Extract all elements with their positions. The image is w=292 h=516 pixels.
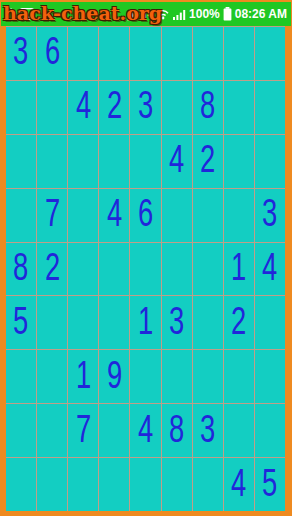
digit: 2 — [231, 302, 246, 344]
digit: 4 — [262, 248, 277, 290]
cell-r1c1[interactable]: 3 — [6, 27, 36, 80]
cell-r3c8[interactable] — [224, 135, 254, 188]
cell-r7c9[interactable] — [255, 350, 285, 403]
cell-r6c6[interactable]: 3 — [162, 296, 192, 349]
phone-screen: 100% 08:26 AM hack-cheat.org 36423842746… — [0, 0, 292, 516]
cell-r2c2[interactable] — [37, 81, 67, 134]
digit: 3 — [262, 194, 277, 236]
digit: 4 — [231, 464, 246, 506]
cell-r9c4[interactable] — [99, 458, 129, 511]
cell-r6c7[interactable] — [193, 296, 223, 349]
cell-r6c3[interactable] — [68, 296, 98, 349]
cell-r4c3[interactable] — [68, 189, 98, 242]
digit: 6 — [138, 194, 153, 236]
cell-r5c1[interactable]: 8 — [6, 243, 36, 296]
cell-r3c7[interactable]: 2 — [193, 135, 223, 188]
cell-r5c7[interactable] — [193, 243, 223, 296]
cell-r4c2[interactable]: 7 — [37, 189, 67, 242]
cell-r5c2[interactable]: 2 — [37, 243, 67, 296]
cell-r7c5[interactable] — [130, 350, 160, 403]
digit: 2 — [200, 140, 215, 182]
cell-r4c5[interactable]: 6 — [130, 189, 160, 242]
cell-r1c7[interactable] — [193, 27, 223, 80]
cell-r7c2[interactable] — [37, 350, 67, 403]
digit: 7 — [76, 410, 91, 452]
cell-r2c3[interactable]: 4 — [68, 81, 98, 134]
cell-r3c1[interactable] — [6, 135, 36, 188]
cell-r3c3[interactable] — [68, 135, 98, 188]
digit: 4 — [169, 140, 184, 182]
cell-r5c4[interactable] — [99, 243, 129, 296]
cell-r7c8[interactable] — [224, 350, 254, 403]
cell-r2c9[interactable] — [255, 81, 285, 134]
cell-r3c2[interactable] — [37, 135, 67, 188]
digit: 8 — [200, 86, 215, 128]
cell-r6c1[interactable]: 5 — [6, 296, 36, 349]
cell-r9c3[interactable] — [68, 458, 98, 511]
cell-r9c5[interactable] — [130, 458, 160, 511]
cell-r9c7[interactable] — [193, 458, 223, 511]
cell-r7c3[interactable]: 1 — [68, 350, 98, 403]
cell-r4c4[interactable]: 4 — [99, 189, 129, 242]
digit: 4 — [138, 410, 153, 452]
cell-r7c7[interactable] — [193, 350, 223, 403]
digit: 8 — [169, 410, 184, 452]
digit: 3 — [200, 410, 215, 452]
digit: 4 — [76, 86, 91, 128]
cell-r1c5[interactable] — [130, 27, 160, 80]
cell-r4c1[interactable] — [6, 189, 36, 242]
digit: 1 — [76, 356, 91, 398]
digit: 4 — [107, 194, 122, 236]
cell-r3c4[interactable] — [99, 135, 129, 188]
cell-r1c4[interactable] — [99, 27, 129, 80]
cell-r8c9[interactable] — [255, 404, 285, 457]
cell-r1c9[interactable] — [255, 27, 285, 80]
cell-r5c8[interactable]: 1 — [224, 243, 254, 296]
cell-r7c1[interactable] — [6, 350, 36, 403]
cell-r8c2[interactable] — [37, 404, 67, 457]
cell-r2c4[interactable]: 2 — [99, 81, 129, 134]
cell-r2c7[interactable]: 8 — [193, 81, 223, 134]
cell-r5c9[interactable]: 4 — [255, 243, 285, 296]
cell-r3c9[interactable] — [255, 135, 285, 188]
digit: 6 — [45, 32, 60, 74]
cell-r8c6[interactable]: 8 — [162, 404, 192, 457]
clock: 08:26 AM — [235, 7, 287, 21]
cell-r4c6[interactable] — [162, 189, 192, 242]
cell-r3c5[interactable] — [130, 135, 160, 188]
cell-r7c6[interactable] — [162, 350, 192, 403]
cell-r9c9[interactable]: 5 — [255, 458, 285, 511]
cell-r5c3[interactable] — [68, 243, 98, 296]
cell-r8c3[interactable]: 7 — [68, 404, 98, 457]
cell-r5c5[interactable] — [130, 243, 160, 296]
cell-r8c1[interactable] — [6, 404, 36, 457]
cell-r1c8[interactable] — [224, 27, 254, 80]
cell-r4c8[interactable] — [224, 189, 254, 242]
cell-r1c6[interactable] — [162, 27, 192, 80]
cell-r6c4[interactable] — [99, 296, 129, 349]
cell-r8c7[interactable]: 3 — [193, 404, 223, 457]
cell-r6c5[interactable]: 1 — [130, 296, 160, 349]
battery-percent: 100% — [189, 7, 220, 21]
cell-r4c9[interactable]: 3 — [255, 189, 285, 242]
cell-r9c2[interactable] — [37, 458, 67, 511]
cell-r2c5[interactable]: 3 — [130, 81, 160, 134]
cell-r2c6[interactable] — [162, 81, 192, 134]
signal-icon — [173, 8, 186, 20]
digit: 3 — [138, 86, 153, 128]
cell-r8c5[interactable]: 4 — [130, 404, 160, 457]
digit: 3 — [13, 32, 28, 74]
digit: 9 — [107, 356, 122, 398]
digit: 2 — [45, 248, 60, 290]
digit: 1 — [231, 248, 246, 290]
cell-r5c6[interactable] — [162, 243, 192, 296]
cell-r8c4[interactable] — [99, 404, 129, 457]
cell-r2c8[interactable] — [224, 81, 254, 134]
digit: 5 — [13, 302, 28, 344]
cell-r6c2[interactable] — [37, 296, 67, 349]
cell-r3c6[interactable]: 4 — [162, 135, 192, 188]
watermark: hack-cheat.org — [3, 2, 162, 24]
cell-r9c8[interactable]: 4 — [224, 458, 254, 511]
cell-r9c1[interactable] — [6, 458, 36, 511]
cell-r9c6[interactable] — [162, 458, 192, 511]
cell-r2c1[interactable] — [6, 81, 36, 134]
digit: 2 — [107, 86, 122, 128]
digit: 7 — [45, 194, 60, 236]
cell-r4c7[interactable] — [193, 189, 223, 242]
cell-r1c3[interactable] — [68, 27, 98, 80]
digit: 8 — [13, 248, 28, 290]
cell-r8c8[interactable] — [224, 404, 254, 457]
digit: 5 — [262, 464, 277, 506]
battery-icon — [223, 7, 232, 21]
digit: 1 — [138, 302, 153, 344]
cell-r1c2[interactable]: 6 — [37, 27, 67, 80]
digit: 3 — [169, 302, 184, 344]
cell-r6c8[interactable]: 2 — [224, 296, 254, 349]
cell-r6c9[interactable] — [255, 296, 285, 349]
cell-r7c4[interactable]: 9 — [99, 350, 129, 403]
sudoku-board: 3642384274638214513219748345 — [6, 26, 285, 511]
